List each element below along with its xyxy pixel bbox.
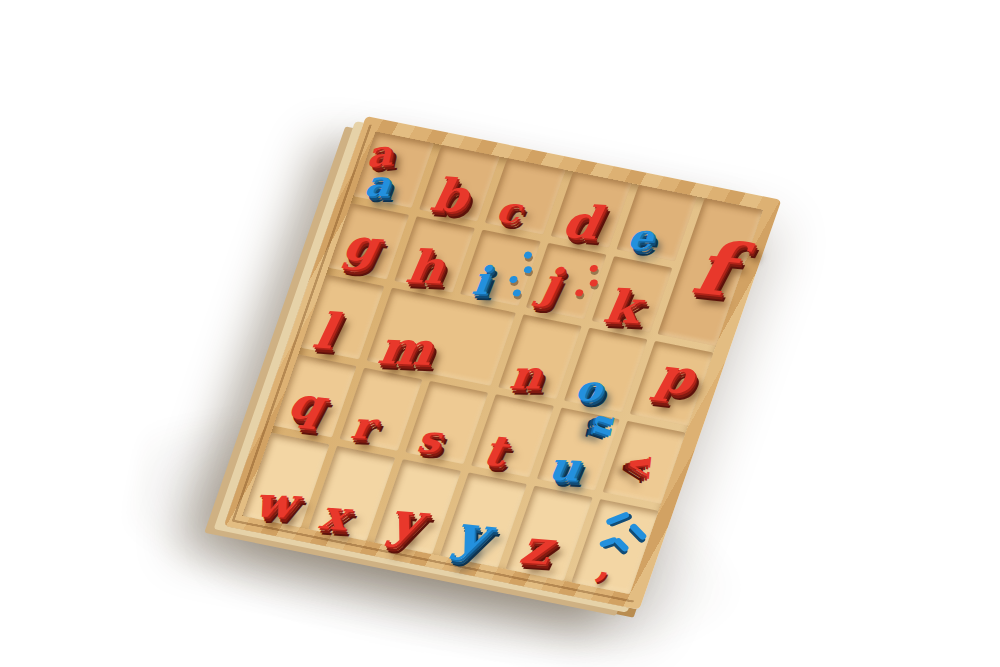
letter-e-piece[interactable]: e <box>626 226 652 249</box>
letter-r-piece[interactable]: r <box>350 414 373 437</box>
letter-o-piece[interactable]: o <box>574 377 601 400</box>
i-dot-piece[interactable] <box>512 289 522 297</box>
i-dot-piece[interactable] <box>523 266 533 274</box>
letter-v-piece[interactable]: v <box>631 453 657 472</box>
accent-acute-piece[interactable] <box>605 511 630 525</box>
letter-c-piece[interactable]: c <box>495 199 520 221</box>
letter-l-piece[interactable]: l <box>311 315 335 346</box>
letter-z-piece[interactable]: z <box>518 531 551 562</box>
compartment-k: k <box>592 256 673 332</box>
letter-j-piece[interactable]: j <box>539 271 559 298</box>
letter-u-piece[interactable]: u <box>547 454 580 479</box>
compartment-e: e <box>616 185 697 261</box>
letter-h-piece[interactable]: h <box>405 252 444 281</box>
compartment-a: aa <box>353 132 434 208</box>
letter-s-piece[interactable]: s <box>416 428 440 451</box>
letter-m-piece[interactable]: m <box>377 333 433 363</box>
compartment-d: d <box>551 172 632 248</box>
compartment-h: h <box>394 216 475 292</box>
letter-y-red-piece[interactable]: y <box>386 504 421 536</box>
j-dot-piece[interactable] <box>574 289 584 297</box>
photo-scene: aabcdefghijklmnopqrstuuvwxyyz, <box>0 0 1000 667</box>
letter-q-piece[interactable]: q <box>286 388 324 418</box>
letter-p-piece[interactable]: p <box>653 360 695 393</box>
letter-y-blue-piece[interactable]: y <box>452 517 488 550</box>
compartment-b: b <box>419 145 500 221</box>
j-dot-piece[interactable] <box>589 279 599 287</box>
letter-b-piece[interactable]: b <box>429 180 468 210</box>
letter-d-piece[interactable]: d <box>561 207 600 237</box>
letter-f-piece[interactable]: f <box>690 244 733 292</box>
compartment-j: j <box>526 243 607 319</box>
compartment-g: g <box>328 203 409 279</box>
letter-i-piece[interactable]: i <box>471 268 488 292</box>
letter-w-piece[interactable]: w <box>252 489 294 516</box>
letter-u-lying-piece[interactable]: u <box>594 412 620 434</box>
compartment-c: c <box>485 158 566 234</box>
letter-n-piece[interactable]: n <box>509 363 541 387</box>
accent-grave-piece[interactable] <box>629 523 648 541</box>
letter-g-piece[interactable]: g <box>341 231 378 260</box>
compartment-m: m <box>367 288 516 386</box>
compartment-i: i <box>460 230 541 306</box>
letter-x-piece[interactable]: x <box>318 502 347 529</box>
j-dot-piece[interactable] <box>589 264 599 272</box>
letter-k-piece[interactable]: k <box>602 292 639 321</box>
letter-a-piece[interactable]: a <box>364 173 390 195</box>
accent-cedilla-piece[interactable]: , <box>593 544 620 587</box>
i-dot-piece[interactable] <box>509 275 519 283</box>
i-dot-piece[interactable] <box>523 251 533 259</box>
letter-t-piece[interactable]: t <box>481 437 505 464</box>
